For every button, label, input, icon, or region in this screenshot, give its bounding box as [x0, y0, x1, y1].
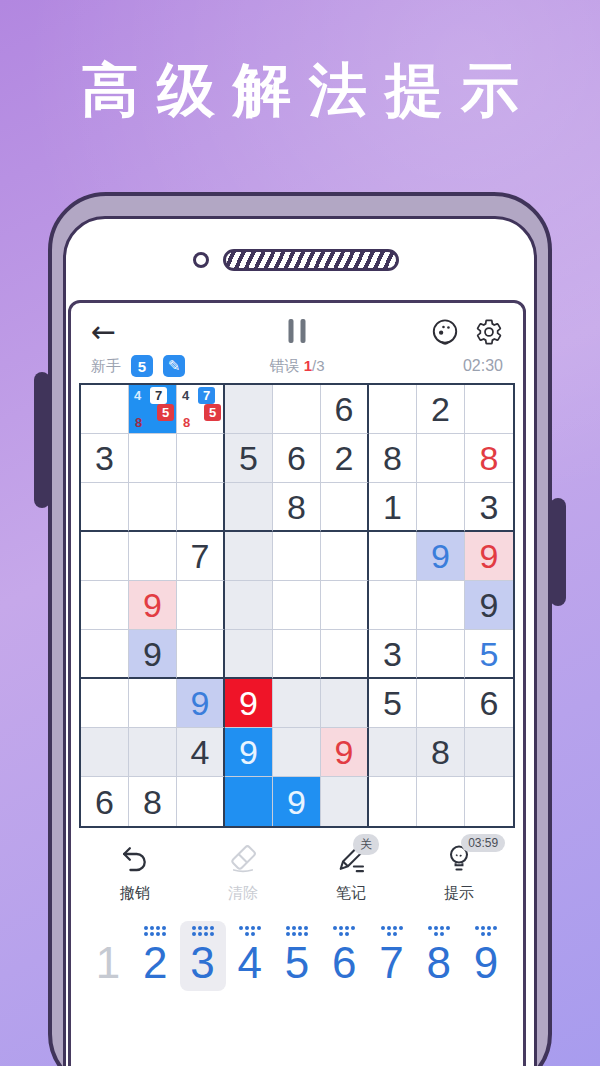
remaining-count-dots — [333, 926, 355, 938]
remaining-count-dots — [428, 926, 450, 938]
grid-cell-r3c3[interactable] — [177, 483, 225, 532]
pencil-badge-icon[interactable]: ✎ — [163, 355, 185, 377]
score-badge: 5 — [131, 355, 153, 377]
numpad-digit: 8 — [427, 941, 451, 985]
camera-dot — [193, 252, 209, 268]
remaining-count-dots — [144, 926, 166, 938]
cell-value: 4 — [191, 735, 210, 769]
grid-cell-r8c6[interactable]: 9 — [321, 728, 369, 777]
grid-cell-r2c6[interactable]: 2 — [321, 434, 369, 483]
cell-value: 3 — [480, 490, 499, 524]
grid-cell-r6c4[interactable] — [225, 630, 273, 679]
grid-cell-r5c2[interactable]: 9 — [129, 581, 177, 630]
grid-cell-r3c9[interactable]: 3 — [465, 483, 513, 532]
grid-cell-r9c1[interactable]: 6 — [81, 777, 129, 826]
error-counter: 错误 1/3 — [269, 357, 324, 376]
grid-cell-r2c7[interactable]: 8 — [369, 434, 417, 483]
grid-cell-r6c9[interactable]: 5 — [465, 630, 513, 679]
pencil-note: 5 — [204, 404, 221, 421]
app-header: ← — [71, 303, 523, 349]
eraser-icon — [227, 842, 259, 878]
grid-cell-r4c2[interactable] — [129, 532, 177, 581]
numpad-key-8[interactable]: 8 — [416, 921, 462, 991]
numpad-digit: 7 — [379, 941, 403, 985]
grid-cell-r3c8[interactable] — [417, 483, 465, 532]
undo-button[interactable]: 撤销 — [81, 842, 189, 903]
cell-value: 8 — [383, 441, 402, 475]
grid-cell-r4c5[interactable] — [273, 532, 321, 581]
grid-cell-r1c2[interactable]: 4758 — [129, 385, 177, 434]
grid-cell-r1c3[interactable]: 4758 — [177, 385, 225, 434]
phone-screen: ← — [63, 216, 537, 1066]
error-total: /3 — [312, 357, 325, 374]
grid-cell-r2c3[interactable] — [177, 434, 225, 483]
numpad-digit: 9 — [474, 941, 498, 985]
grid-cell-r5c7[interactable] — [369, 581, 417, 630]
numpad-digit: 6 — [332, 941, 356, 985]
pencil-note: 5 — [157, 404, 174, 421]
cell-value: 9 — [480, 588, 499, 622]
numpad-digit: 4 — [238, 941, 262, 985]
grid-cell-r5c1[interactable] — [81, 581, 129, 630]
grid-cell-r2c2[interactable] — [129, 434, 177, 483]
cell-value: 9 — [143, 637, 162, 671]
grid-cell-r8c7[interactable] — [369, 728, 417, 777]
phone-power-button — [550, 498, 566, 606]
grid-cell-r3c1[interactable] — [81, 483, 129, 532]
cell-value: 9 — [335, 735, 354, 769]
pencil-note: 7 — [198, 387, 215, 404]
remaining-count-dots — [239, 926, 261, 938]
numpad-key-4[interactable]: 4 — [227, 921, 273, 991]
sudoku-grid: 47584758623562888137999993599564998689 — [79, 383, 515, 828]
grid-cell-r6c7[interactable]: 3 — [369, 630, 417, 679]
numpad-digit: 1 — [96, 941, 120, 985]
cell-value: 9 — [431, 539, 450, 573]
palette-icon[interactable] — [431, 318, 459, 346]
cell-value: 9 — [287, 785, 306, 819]
undo-icon — [119, 842, 151, 878]
remaining-count-dots — [475, 926, 497, 938]
grid-cell-r7c2[interactable] — [129, 679, 177, 728]
clear-button[interactable]: 清除 — [189, 842, 297, 903]
error-current: 1 — [304, 357, 312, 374]
undo-label: 撤销 — [120, 884, 150, 903]
grid-cell-r5c9[interactable]: 9 — [465, 581, 513, 630]
grid-cell-r5c6[interactable] — [321, 581, 369, 630]
grid-cell-r6c6[interactable] — [321, 630, 369, 679]
grid-cell-r8c9[interactable] — [465, 728, 513, 777]
hint-button[interactable]: 03:59 提示 — [405, 842, 513, 903]
cell-value: 2 — [335, 441, 354, 475]
grid-cell-r3c5[interactable]: 8 — [273, 483, 321, 532]
toolbar: 撤销 清除 关 — [71, 842, 523, 903]
cell-value: 9 — [143, 588, 162, 622]
numpad-digit: 2 — [143, 941, 167, 985]
grid-cell-r9c7[interactable] — [369, 777, 417, 826]
cell-value: 3 — [95, 441, 114, 475]
cell-value: 8 — [431, 735, 450, 769]
grid-cell-r8c5[interactable] — [273, 728, 321, 777]
level-label: 新手 — [91, 357, 121, 376]
pencil-note: 8 — [183, 416, 190, 429]
grid-cell-r1c7[interactable] — [369, 385, 417, 434]
grid-cell-r4c4[interactable] — [225, 532, 273, 581]
cell-value: 6 — [335, 392, 354, 426]
page-title: 高级解法提示 — [0, 52, 600, 130]
grid-cell-r2c1[interactable]: 3 — [81, 434, 129, 483]
grid-cell-r1c9[interactable] — [465, 385, 513, 434]
grid-cell-r7c4[interactable]: 9 — [225, 679, 273, 728]
status-bar: 新手 5 ✎ 错误 1/3 02:30 — [71, 353, 523, 379]
grid-cell-r7c8[interactable] — [417, 679, 465, 728]
grid-cell-r8c3[interactable]: 4 — [177, 728, 225, 777]
grid-cell-r7c9[interactable]: 6 — [465, 679, 513, 728]
grid-cell-r2c9[interactable]: 8 — [465, 434, 513, 483]
grid-cell-r7c6[interactable] — [321, 679, 369, 728]
grid-cell-r4c8[interactable]: 9 — [417, 532, 465, 581]
grid-cell-r6c5[interactable] — [273, 630, 321, 679]
app-panel: ← — [68, 300, 526, 1066]
cell-value: 9 — [239, 686, 258, 720]
notes-toggle-badge: 关 — [353, 834, 379, 855]
grid-cell-r1c8[interactable]: 2 — [417, 385, 465, 434]
remaining-count-dots — [381, 926, 403, 938]
cell-value: 6 — [287, 441, 306, 475]
grid-cell-r4c6[interactable] — [321, 532, 369, 581]
grid-cell-r4c1[interactable] — [81, 532, 129, 581]
grid-cell-r2c8[interactable] — [417, 434, 465, 483]
grid-cell-r8c4[interactable]: 9 — [225, 728, 273, 777]
grid-cell-r3c7[interactable]: 1 — [369, 483, 417, 532]
numpad-key-6[interactable]: 6 — [321, 921, 367, 991]
grid-cell-r1c6[interactable]: 6 — [321, 385, 369, 434]
grid-cell-r7c1[interactable] — [81, 679, 129, 728]
grid-cell-r7c5[interactable] — [273, 679, 321, 728]
grid-cell-r1c4[interactable] — [225, 385, 273, 434]
cell-value: 8 — [287, 490, 306, 524]
numpad-key-3[interactable]: 3 — [180, 921, 226, 991]
grid-cell-r5c8[interactable] — [417, 581, 465, 630]
grid-cell-r1c1[interactable] — [81, 385, 129, 434]
pencil-note: 8 — [135, 416, 142, 429]
notes-label: 笔记 — [336, 884, 366, 903]
pencil-note: 4 — [134, 389, 141, 402]
cell-value: 2 — [431, 392, 450, 426]
numpad-digit: 3 — [190, 941, 214, 985]
grid-cell-r6c8[interactable] — [417, 630, 465, 679]
hint-label: 提示 — [444, 884, 474, 903]
cell-value: 8 — [143, 785, 162, 819]
grid-cell-r5c4[interactable] — [225, 581, 273, 630]
cell-value: 9 — [191, 686, 210, 720]
grid-cell-r9c2[interactable]: 8 — [129, 777, 177, 826]
remaining-count-dots — [286, 926, 308, 938]
grid-cell-r4c3[interactable]: 7 — [177, 532, 225, 581]
notes-button[interactable]: 关 笔记 — [297, 842, 405, 903]
numpad-key-5[interactable]: 5 — [274, 921, 320, 991]
cell-value: 5 — [239, 441, 258, 475]
grid-cell-r1c5[interactable] — [273, 385, 321, 434]
grid-cell-r3c2[interactable] — [129, 483, 177, 532]
grid-cell-r8c8[interactable]: 8 — [417, 728, 465, 777]
grid-cell-r8c2[interactable] — [129, 728, 177, 777]
grid-cell-r7c7[interactable]: 5 — [369, 679, 417, 728]
grid-cell-r6c3[interactable] — [177, 630, 225, 679]
numpad-key-1[interactable]: 1 — [85, 921, 131, 991]
hint-timer-badge: 03:59 — [461, 834, 505, 852]
grid-cell-r5c3[interactable] — [177, 581, 225, 630]
cell-value: 5 — [383, 686, 402, 720]
grid-cell-r9c8[interactable] — [417, 777, 465, 826]
grid-cell-r2c4[interactable]: 5 — [225, 434, 273, 483]
grid-cell-r2c5[interactable]: 6 — [273, 434, 321, 483]
cell-value: 1 — [383, 490, 402, 524]
cell-value: 6 — [480, 686, 499, 720]
numpad-key-7[interactable]: 7 — [369, 921, 415, 991]
numpad-key-9[interactable]: 9 — [463, 921, 509, 991]
cell-value: 9 — [480, 539, 499, 573]
grid-cell-r3c4[interactable] — [225, 483, 273, 532]
numpad-digit: 5 — [285, 941, 309, 985]
grid-cell-r9c3[interactable] — [177, 777, 225, 826]
cell-value: 7 — [191, 539, 210, 573]
back-arrow-icon[interactable]: ← — [91, 317, 116, 347]
grid-cell-r7c3[interactable]: 9 — [177, 679, 225, 728]
grid-cell-r9c6[interactable] — [321, 777, 369, 826]
game-timer: 02:30 — [463, 357, 503, 375]
pause-icon[interactable] — [289, 319, 306, 343]
remaining-count-dots — [192, 926, 214, 938]
grid-cell-r9c9[interactable] — [465, 777, 513, 826]
numpad: 123456789 — [71, 921, 523, 991]
cell-value: 5 — [480, 637, 499, 671]
grid-cell-r8c1[interactable] — [81, 728, 129, 777]
grid-cell-r9c5[interactable]: 9 — [273, 777, 321, 826]
cell-value: 9 — [239, 735, 258, 769]
grid-cell-r6c1[interactable] — [81, 630, 129, 679]
clear-label: 清除 — [228, 884, 258, 903]
cell-value: 3 — [383, 637, 402, 671]
cell-value: 6 — [95, 785, 114, 819]
grid-cell-r5c5[interactable] — [273, 581, 321, 630]
pencil-note: 7 — [150, 387, 167, 404]
numpad-key-2[interactable]: 2 — [132, 921, 178, 991]
pencil-note: 4 — [182, 389, 189, 402]
grid-cell-r3c6[interactable] — [321, 483, 369, 532]
grid-cell-r6c2[interactable]: 9 — [129, 630, 177, 679]
grid-cell-r4c7[interactable] — [369, 532, 417, 581]
speaker-grille — [223, 249, 399, 271]
grid-cell-r9c4[interactable] — [225, 777, 273, 826]
phone-frame: ← — [48, 192, 552, 1066]
cell-value: 8 — [480, 441, 499, 475]
gear-icon[interactable] — [475, 318, 503, 346]
grid-cell-r4c9[interactable]: 9 — [465, 532, 513, 581]
